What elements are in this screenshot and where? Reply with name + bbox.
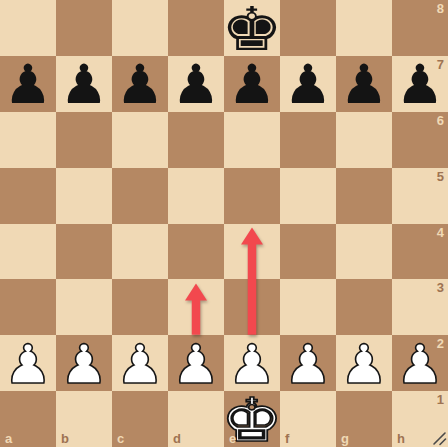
piece-black-pawn-b7[interactable]: ♟ [56,56,112,112]
piece-black-pawn-e7[interactable]: ♟ [224,56,280,112]
square-f6[interactable] [280,112,336,168]
piece-white-king-e1[interactable]: ♚ [220,391,284,447]
piece-white-pawn-c2[interactable]: ♟ [112,335,168,391]
file-label-b: b [61,431,69,446]
square-e6[interactable] [224,112,280,168]
square-d5[interactable] [168,168,224,224]
square-f8[interactable] [280,0,336,56]
square-c2[interactable]: ♟ [112,335,168,391]
square-d7[interactable]: ♟ [168,56,224,112]
square-g2[interactable]: ♟ [336,335,392,391]
square-g1[interactable]: g [336,391,392,447]
square-f7[interactable]: ♟ [280,56,336,112]
square-b7[interactable]: ♟ [56,56,112,112]
piece-white-pawn-f2[interactable]: ♟ [280,335,336,391]
square-c5[interactable] [112,168,168,224]
board-resize-icon [432,431,447,446]
piece-black-pawn-g7[interactable]: ♟ [336,56,392,112]
square-e1[interactable]: e♚ [224,391,280,447]
square-c4[interactable] [112,224,168,280]
piece-white-pawn-d2[interactable]: ♟ [168,335,224,391]
board-resize-handle[interactable] [431,430,447,446]
square-b4[interactable] [56,224,112,280]
square-c7[interactable]: ♟ [112,56,168,112]
square-b2[interactable]: ♟ [56,335,112,391]
piece-black-pawn-a7[interactable]: ♟ [0,56,56,112]
piece-white-pawn-g2[interactable]: ♟ [336,335,392,391]
square-f1[interactable]: f [280,391,336,447]
square-g6[interactable] [336,112,392,168]
piece-white-pawn-b2[interactable]: ♟ [56,335,112,391]
rank-label-5: 5 [437,169,444,184]
square-f3[interactable] [280,279,336,335]
square-h5[interactable]: 5 [392,168,448,224]
square-g3[interactable] [336,279,392,335]
square-h2[interactable]: 2♟ [392,335,448,391]
square-h7[interactable]: 7♟ [392,56,448,112]
square-b1[interactable]: b [56,391,112,447]
piece-white-pawn-h2[interactable]: ♟ [392,335,448,391]
square-a6[interactable] [0,112,56,168]
file-label-f: f [285,431,289,446]
piece-white-pawn-a2[interactable]: ♟ [0,335,56,391]
square-e8[interactable]: ♚ [224,0,280,56]
piece-black-pawn-h7[interactable]: ♟ [392,56,448,112]
square-e4[interactable] [224,224,280,280]
file-label-d: d [173,431,181,446]
file-label-g: g [341,431,349,446]
file-label-a: a [5,431,12,446]
square-a2[interactable]: ♟ [0,335,56,391]
file-label-h: h [397,431,405,446]
piece-black-pawn-f7[interactable]: ♟ [280,56,336,112]
rank-label-4: 4 [437,225,444,240]
square-g5[interactable] [336,168,392,224]
square-b8[interactable] [56,0,112,56]
square-h4[interactable]: 4 [392,224,448,280]
rank-label-8: 8 [437,1,444,16]
file-label-c: c [117,431,124,446]
square-h6[interactable]: 6 [392,112,448,168]
square-g7[interactable]: ♟ [336,56,392,112]
square-f2[interactable]: ♟ [280,335,336,391]
square-g4[interactable] [336,224,392,280]
square-d3[interactable] [168,279,224,335]
square-d2[interactable]: ♟ [168,335,224,391]
rank-label-3: 3 [437,280,444,295]
square-b3[interactable] [56,279,112,335]
piece-black-king-e8[interactable]: ♚ [220,0,284,56]
square-c8[interactable] [112,0,168,56]
piece-white-pawn-e2[interactable]: ♟ [224,335,280,391]
square-e7[interactable]: ♟ [224,56,280,112]
square-e5[interactable] [224,168,280,224]
square-h3[interactable]: 3 [392,279,448,335]
square-b5[interactable] [56,168,112,224]
square-e2[interactable]: ♟ [224,335,280,391]
square-c6[interactable] [112,112,168,168]
square-a3[interactable] [0,279,56,335]
piece-black-pawn-c7[interactable]: ♟ [112,56,168,112]
square-a4[interactable] [0,224,56,280]
square-d6[interactable] [168,112,224,168]
square-f5[interactable] [280,168,336,224]
square-g8[interactable] [336,0,392,56]
square-a5[interactable] [0,168,56,224]
square-f4[interactable] [280,224,336,280]
square-h8[interactable]: 8 [392,0,448,56]
square-a1[interactable]: a [0,391,56,447]
piece-black-pawn-d7[interactable]: ♟ [168,56,224,112]
square-d8[interactable] [168,0,224,56]
square-b6[interactable] [56,112,112,168]
square-d1[interactable]: d [168,391,224,447]
chess-board: ♚8♟♟♟♟♟♟♟7♟6543♟♟♟♟♟♟♟2♟abcde♚fg1h [0,0,448,447]
square-e3[interactable] [224,279,280,335]
square-a8[interactable] [0,0,56,56]
square-d4[interactable] [168,224,224,280]
square-c1[interactable]: c [112,391,168,447]
square-a7[interactable]: ♟ [0,56,56,112]
square-c3[interactable] [112,279,168,335]
